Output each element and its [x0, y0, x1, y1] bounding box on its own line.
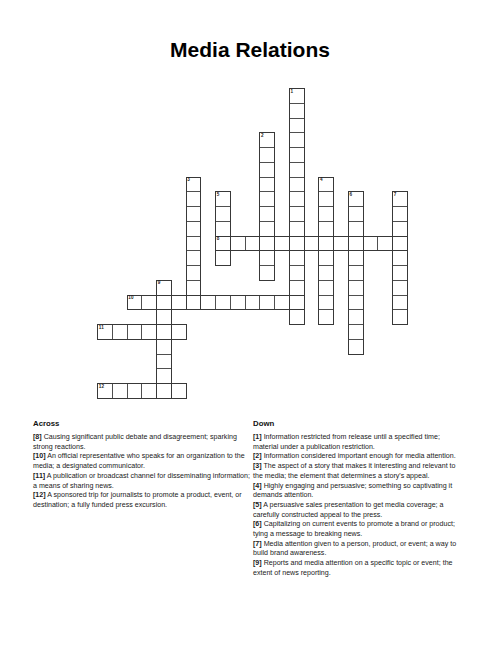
cell-r11c17[interactable] — [348, 250, 364, 266]
clue-down-7: [7] Media attention given to a person, p… — [253, 540, 462, 559]
cell-r14c4[interactable] — [156, 295, 172, 311]
cell-r6c13[interactable] — [289, 177, 305, 193]
cell-r11c8[interactable] — [215, 250, 231, 266]
cell-r16c1[interactable] — [112, 324, 128, 340]
cell-r20c5[interactable] — [171, 383, 187, 399]
cell-r4c13[interactable] — [289, 147, 305, 163]
cell-r12c17[interactable] — [348, 265, 364, 281]
cell-r6c15[interactable] — [318, 177, 334, 193]
clue-number-1: [1] — [253, 433, 262, 441]
cell-r14c10[interactable] — [245, 295, 261, 311]
cell-r7c13[interactable] — [289, 191, 305, 207]
cell-r10c19[interactable] — [377, 236, 393, 252]
down-clue-list: [1] Information restricted from release … — [253, 433, 462, 579]
cell-r14c3[interactable] — [141, 295, 157, 311]
cell-r14c2[interactable] — [127, 295, 143, 311]
cell-r14c20[interactable] — [392, 295, 408, 311]
cell-r12c15[interactable] — [318, 265, 334, 281]
cell-r12c20[interactable] — [392, 265, 408, 281]
cell-r9c17[interactable] — [348, 221, 364, 237]
cell-r10c20[interactable] — [392, 236, 408, 252]
cell-r4c11[interactable] — [259, 147, 275, 163]
down-clues-section: Down [1] Information restricted from rel… — [253, 419, 462, 579]
cell-r16c2[interactable] — [127, 324, 143, 340]
cell-r14c11[interactable] — [259, 295, 275, 311]
cell-r7c15[interactable] — [318, 191, 334, 207]
cell-r7c11[interactable] — [259, 191, 275, 207]
cell-r17c4[interactable] — [156, 339, 172, 355]
cell-r8c6[interactable] — [186, 206, 202, 222]
cell-r16c5[interactable] — [171, 324, 187, 340]
cell-r15c15[interactable] — [318, 309, 334, 325]
crossword-page: Media Relations 810111212345679 Across [… — [0, 0, 500, 647]
clue-number-10: [10] — [33, 452, 46, 460]
cell-r14c9[interactable] — [230, 295, 246, 311]
across-clues-section: Across [8] Causing significant public de… — [33, 419, 251, 511]
clue-down-3: [3] The aspect of a story that makes it … — [253, 462, 462, 481]
cell-r9c8[interactable] — [215, 221, 231, 237]
cell-r13c4[interactable] — [156, 280, 172, 296]
cell-r15c4[interactable] — [156, 309, 172, 325]
cell-r14c6[interactable] — [186, 295, 202, 311]
cell-r12c6[interactable] — [186, 265, 202, 281]
clue-number-5: [5] — [253, 501, 262, 509]
cell-r10c17[interactable] — [348, 236, 364, 252]
cell-r11c20[interactable] — [392, 250, 408, 266]
cell-r7c17[interactable] — [348, 191, 364, 207]
cell-r12c11[interactable] — [259, 265, 275, 281]
clue-down-4: [4] Highly engaging and persuasive; some… — [253, 482, 462, 501]
cell-r11c13[interactable] — [289, 250, 305, 266]
cell-r10c14[interactable] — [304, 236, 320, 252]
cell-r8c13[interactable] — [289, 206, 305, 222]
clue-across-11: [11] A publication or broadcast channel … — [33, 472, 251, 491]
clue-number-6: [6] — [253, 520, 262, 528]
clue-down-2: [2] Information considered important eno… — [253, 452, 462, 462]
cell-r7c8[interactable] — [215, 191, 231, 207]
cell-r1c13[interactable] — [289, 103, 305, 119]
cell-r20c4[interactable] — [156, 383, 172, 399]
cell-r9c6[interactable] — [186, 221, 202, 237]
cell-r14c15[interactable] — [318, 295, 334, 311]
cell-r20c3[interactable] — [141, 383, 157, 399]
cell-r3c11[interactable] — [259, 132, 275, 148]
cell-r3c13[interactable] — [289, 132, 305, 148]
cell-r13c17[interactable] — [348, 280, 364, 296]
clue-number-2: [2] — [253, 452, 262, 460]
clue-down-5: [5] A persuasive sales presentation to g… — [253, 501, 462, 520]
crossword-board: 810111212345679 — [97, 88, 408, 399]
clue-number-7: [7] — [253, 540, 262, 548]
cell-r0c13[interactable] — [289, 88, 305, 104]
cell-r6c6[interactable] — [186, 177, 202, 193]
clue-across-8: [8] Causing significant public debate an… — [33, 433, 251, 452]
clue-number-4: [4] — [253, 482, 262, 490]
clue-number-3: [3] — [253, 462, 262, 470]
cell-r10c9[interactable] — [230, 236, 246, 252]
cell-r18c4[interactable] — [156, 354, 172, 370]
cell-r13c20[interactable] — [392, 280, 408, 296]
cell-r8c20[interactable] — [392, 206, 408, 222]
puzzle-title: Media Relations — [0, 39, 500, 60]
cell-r14c7[interactable] — [200, 295, 216, 311]
clue-down-9: [9] Reports and media attention on a spe… — [253, 559, 462, 578]
cell-r13c15[interactable] — [318, 280, 334, 296]
cell-r7c20[interactable] — [392, 191, 408, 207]
cell-r14c12[interactable] — [274, 295, 290, 311]
cell-r10c15[interactable] — [318, 236, 334, 252]
cell-r10c8[interactable] — [215, 236, 231, 252]
clue-number-9: [9] — [253, 559, 262, 567]
cell-r10c12[interactable] — [274, 236, 290, 252]
clue-number-11: [11] — [33, 472, 45, 480]
down-header: Down — [253, 419, 462, 428]
cell-r11c11[interactable] — [259, 250, 275, 266]
clue-number-8: [8] — [33, 433, 42, 441]
cell-r19c4[interactable] — [156, 368, 172, 384]
cell-r8c8[interactable] — [215, 206, 231, 222]
cell-r14c13[interactable] — [289, 295, 305, 311]
cell-r5c13[interactable] — [289, 162, 305, 178]
cell-r9c11[interactable] — [259, 221, 275, 237]
cell-r8c15[interactable] — [318, 206, 334, 222]
across-clue-list: [8] Causing significant public debate an… — [33, 433, 251, 511]
cell-r20c2[interactable] — [127, 383, 143, 399]
cell-r20c1[interactable] — [112, 383, 128, 399]
cell-r16c0[interactable] — [97, 324, 113, 340]
cell-r13c13[interactable] — [289, 280, 305, 296]
clue-down-6: [6] Capitalizing on current events to pr… — [253, 520, 462, 539]
cell-r20c0[interactable] — [97, 383, 113, 399]
cell-r15c13[interactable] — [289, 309, 305, 325]
cell-r2c13[interactable] — [289, 118, 305, 134]
cell-r7c6[interactable] — [186, 191, 202, 207]
cell-r12c13[interactable] — [289, 265, 305, 281]
cell-r13c6[interactable] — [186, 280, 202, 296]
clue-across-12: [12] A sponsored trip for journalists to… — [33, 491, 251, 510]
cell-r9c15[interactable] — [318, 221, 334, 237]
cell-r10c13[interactable] — [289, 236, 305, 252]
cell-r10c18[interactable] — [363, 236, 379, 252]
cell-r16c4[interactable] — [156, 324, 172, 340]
cell-r14c17[interactable] — [348, 295, 364, 311]
cell-r11c15[interactable] — [318, 250, 334, 266]
clue-down-1: [1] Information restricted from release … — [253, 433, 462, 452]
cell-r5c11[interactable] — [259, 162, 275, 178]
cell-r16c17[interactable] — [348, 324, 364, 340]
cell-r10c10[interactable] — [245, 236, 261, 252]
cell-r11c6[interactable] — [186, 250, 202, 266]
clue-number-12: [12] — [33, 491, 46, 499]
cell-r10c11[interactable] — [259, 236, 275, 252]
cell-r9c20[interactable] — [392, 221, 408, 237]
cell-r16c3[interactable] — [141, 324, 157, 340]
across-header: Across — [33, 419, 251, 428]
cell-r10c6[interactable] — [186, 236, 202, 252]
clue-across-10: [10] An official representative who spea… — [33, 452, 251, 471]
cell-r8c17[interactable] — [348, 206, 364, 222]
cell-r10c16[interactable] — [333, 236, 349, 252]
cell-r9c13[interactable] — [289, 221, 305, 237]
cell-r15c20[interactable] — [392, 309, 408, 325]
cell-r8c11[interactable] — [259, 206, 275, 222]
cell-r15c17[interactable] — [348, 309, 364, 325]
cell-r17c17[interactable] — [348, 339, 364, 355]
cell-r14c8[interactable] — [215, 295, 231, 311]
cell-r14c5[interactable] — [171, 295, 187, 311]
cell-r6c11[interactable] — [259, 177, 275, 193]
